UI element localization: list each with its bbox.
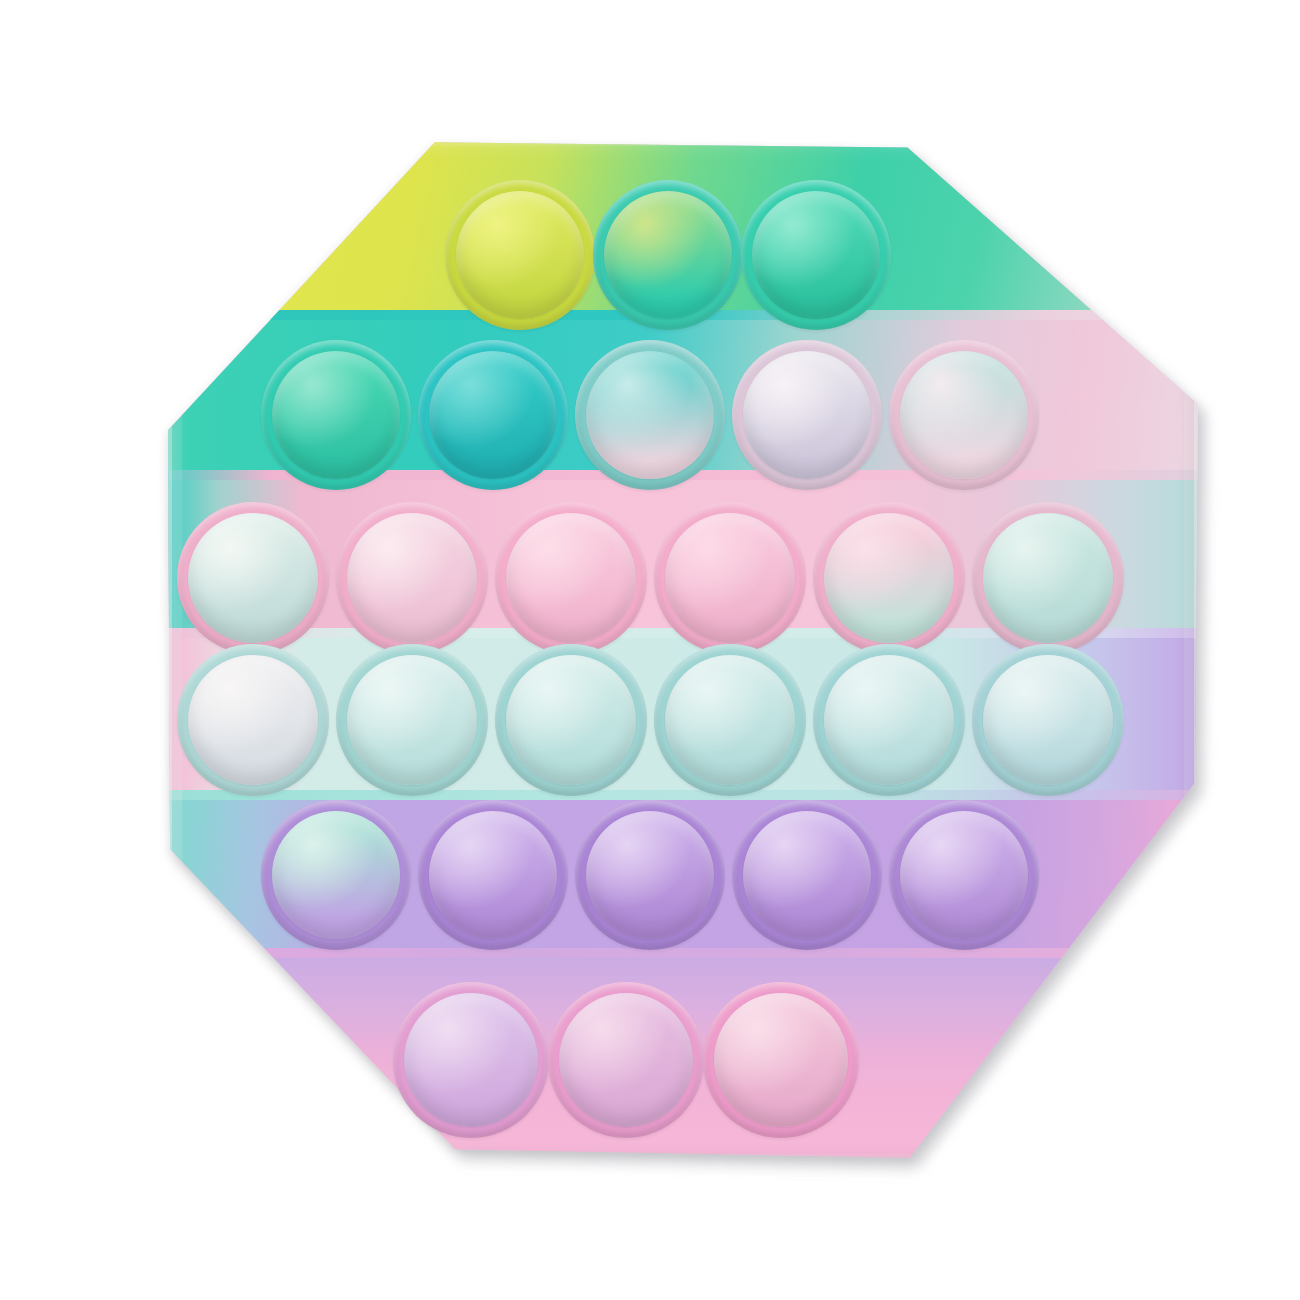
bubble-r6-c1[interactable] [393,982,549,1138]
bubble-r2-c1[interactable] [261,340,411,490]
bubble-r2-c4[interactable] [732,340,882,490]
bubble-dome [347,513,477,643]
bubble-dome [188,513,318,643]
bubble-r2-c2[interactable] [418,340,568,490]
bubble-dome [586,811,714,939]
bubble-dome [743,351,871,479]
bubble-r3-c1[interactable] [177,502,329,654]
bubble-dome [404,993,538,1127]
bubble-dome [824,513,954,643]
bubble-r4-c6[interactable] [972,644,1124,796]
bubble-r6-c3[interactable] [703,982,859,1138]
bubble-r2-c3[interactable] [575,340,725,490]
bubble-dome [272,351,400,479]
bubble-dome [506,513,636,643]
bubble-r5-c3[interactable] [575,800,725,950]
bubble-r1-c3[interactable] [741,180,891,330]
bubble-r4-c3[interactable] [495,644,647,796]
bubble-r1-c2[interactable] [593,180,743,330]
bubble-dome [506,655,636,785]
bubble-dome [429,811,557,939]
bubble-dome [824,655,954,785]
bubble-r3-c5[interactable] [813,502,965,654]
bubble-r6-c2[interactable] [548,982,704,1138]
bubble-r5-c2[interactable] [418,800,568,950]
bubble-dome [983,513,1113,643]
photo-canvas [0,0,1300,1300]
bubble-r3-c3[interactable] [495,502,647,654]
bubble-dome [665,513,795,643]
bubble-dome [429,351,557,479]
bubble-r3-c2[interactable] [336,502,488,654]
bubble-r2-c5[interactable] [889,340,1039,490]
bubble-r4-c4[interactable] [654,644,806,796]
bubble-r4-c1[interactable] [177,644,329,796]
bubble-dome [586,351,714,479]
bubble-dome [456,191,584,319]
bubble-dome [752,191,880,319]
bubble-r3-c6[interactable] [972,502,1124,654]
bubble-r5-c1[interactable] [261,800,411,950]
bubble-dome [714,993,848,1127]
bubble-dome [900,351,1028,479]
bubble-dome [347,655,477,785]
bubble-r4-c2[interactable] [336,644,488,796]
bubble-r3-c4[interactable] [654,502,806,654]
bubble-dome [188,655,318,785]
bubble-r1-c1[interactable] [445,180,595,330]
bubble-dome [900,811,1028,939]
bubble-dome [559,993,693,1127]
bubble-dome [743,811,871,939]
bubble-dome [665,655,795,785]
bubble-dome [983,655,1113,785]
bubble-r4-c5[interactable] [813,644,965,796]
bubble-dome [604,191,732,319]
bubble-r5-c5[interactable] [889,800,1039,950]
bubble-dome [272,811,400,939]
bubble-r5-c4[interactable] [732,800,882,950]
